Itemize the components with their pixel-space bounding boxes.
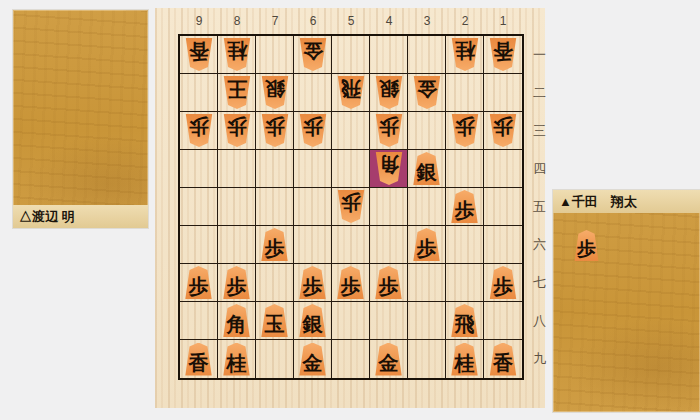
- board-cell-4-6[interactable]: [370, 226, 408, 264]
- board-cell-6-8[interactable]: 銀: [294, 302, 332, 340]
- piece-sente-pawn[interactable]: 歩: [412, 228, 442, 261]
- board-cell-5-9[interactable]: [332, 340, 370, 378]
- piece-sente-pawn[interactable]: 歩: [374, 266, 404, 299]
- board-cell-1-4[interactable]: [484, 150, 522, 188]
- board-cell-9-1[interactable]: 香: [180, 36, 218, 74]
- board-cell-1-5[interactable]: [484, 188, 522, 226]
- board-cell-5-4[interactable]: [332, 150, 370, 188]
- board-cell-4-5[interactable]: [370, 188, 408, 226]
- piece-gote-lance[interactable]: 香: [488, 38, 518, 71]
- board-cell-5-1[interactable]: [332, 36, 370, 74]
- board-cell-5-6[interactable]: [332, 226, 370, 264]
- piece-gote-knight[interactable]: 桂: [222, 38, 252, 71]
- board-cell-7-6[interactable]: 歩: [256, 226, 294, 264]
- board-cell-8-2[interactable]: 王: [218, 74, 256, 112]
- board-cell-3-4[interactable]: 銀: [408, 150, 446, 188]
- board-cell-2-5[interactable]: 歩: [446, 188, 484, 226]
- piece-sente-pawn[interactable]: 歩: [184, 266, 214, 299]
- board-cell-9-3[interactable]: 歩: [180, 112, 218, 150]
- board-cell-8-7[interactable]: 歩: [218, 264, 256, 302]
- board-cell-1-8[interactable]: [484, 302, 522, 340]
- piece-gote-pawn[interactable]: 歩: [222, 114, 252, 147]
- shogi-board-grid: 香桂金桂香王銀飛銀金歩歩歩歩歩歩歩角銀歩歩歩歩歩歩歩歩歩歩角玉銀飛香桂金金桂香: [178, 34, 524, 380]
- board-cell-9-6[interactable]: [180, 226, 218, 264]
- piece-gote-pawn[interactable]: 歩: [336, 190, 366, 223]
- piece-gote-pawn[interactable]: 歩: [184, 114, 214, 147]
- rank-labels: 一二三四五六七八九: [533, 36, 546, 378]
- gote-komadai: △渡辺 明: [13, 10, 148, 228]
- sente-komadai: ▲千田 翔太 歩: [553, 190, 700, 412]
- board-cell-8-3[interactable]: 歩: [218, 112, 256, 150]
- board-cell-3-9[interactable]: [408, 340, 446, 378]
- piece-gote-king[interactable]: 王: [222, 76, 252, 109]
- board-cell-3-8[interactable]: [408, 302, 446, 340]
- rank-label: 三: [533, 112, 546, 150]
- piece-gote-pawn[interactable]: 歩: [488, 114, 518, 147]
- sente-name-label: ▲千田 翔太: [559, 194, 637, 209]
- piece-sente-knight[interactable]: 桂: [222, 343, 252, 376]
- board-cell-7-8[interactable]: 玉: [256, 302, 294, 340]
- piece-gote-pawn[interactable]: 歩: [450, 114, 480, 147]
- piece-gote-bishop[interactable]: 角: [374, 152, 404, 185]
- board-cell-8-5[interactable]: [218, 188, 256, 226]
- file-label: 5: [332, 14, 370, 28]
- board-cell-7-7[interactable]: [256, 264, 294, 302]
- board-cell-4-4[interactable]: 角: [370, 150, 408, 188]
- file-label: 1: [484, 14, 522, 28]
- file-label: 7: [256, 14, 294, 28]
- board-cell-1-7[interactable]: 歩: [484, 264, 522, 302]
- board-cell-1-2[interactable]: [484, 74, 522, 112]
- board-cell-2-6[interactable]: [446, 226, 484, 264]
- board-cell-3-6[interactable]: 歩: [408, 226, 446, 264]
- board-cell-1-1[interactable]: 香: [484, 36, 522, 74]
- piece-sente-knight[interactable]: 桂: [450, 343, 480, 376]
- board-cell-4-7[interactable]: 歩: [370, 264, 408, 302]
- board-cell-7-1[interactable]: [256, 36, 294, 74]
- file-label: 4: [370, 14, 408, 28]
- piece-gote-lance[interactable]: 香: [184, 38, 214, 71]
- board-cell-8-1[interactable]: 桂: [218, 36, 256, 74]
- shogi-diagram: △渡辺 明 987654321 一二三四五六七八九 香桂金桂香王銀飛銀金歩歩歩歩…: [0, 0, 700, 420]
- rank-label: 二: [533, 74, 546, 112]
- board-cell-9-4[interactable]: [180, 150, 218, 188]
- rank-label: 七: [533, 264, 546, 302]
- piece-gote-silver[interactable]: 銀: [260, 76, 290, 109]
- board-cell-5-7[interactable]: 歩: [332, 264, 370, 302]
- piece-sente-silver[interactable]: 銀: [298, 304, 328, 337]
- piece-sente-king[interactable]: 玉: [260, 304, 290, 337]
- board-cell-9-2[interactable]: [180, 74, 218, 112]
- board-cell-6-4[interactable]: [294, 150, 332, 188]
- piece-sente-pawn[interactable]: 歩: [298, 266, 328, 299]
- piece-gote-rook[interactable]: 飛: [336, 76, 366, 109]
- board-cell-5-2[interactable]: 飛: [332, 74, 370, 112]
- board-cell-6-3[interactable]: 歩: [294, 112, 332, 150]
- board-cell-7-2[interactable]: 銀: [256, 74, 294, 112]
- piece-sente-lance[interactable]: 香: [184, 343, 214, 376]
- file-label: 2: [446, 14, 484, 28]
- board-cell-5-5[interactable]: 歩: [332, 188, 370, 226]
- board-cell-4-3[interactable]: 歩: [370, 112, 408, 150]
- board-cell-7-5[interactable]: [256, 188, 294, 226]
- board-cell-2-4[interactable]: [446, 150, 484, 188]
- board-cell-9-7[interactable]: 歩: [180, 264, 218, 302]
- board-cell-1-3[interactable]: 歩: [484, 112, 522, 150]
- piece-gote-knight[interactable]: 桂: [450, 38, 480, 71]
- board-cell-7-9[interactable]: [256, 340, 294, 378]
- piece-sente-bishop[interactable]: 角: [222, 304, 252, 337]
- piece-sente-silver[interactable]: 銀: [412, 152, 442, 185]
- board-cell-2-9[interactable]: 桂: [446, 340, 484, 378]
- piece-sente-pawn[interactable]: 歩: [488, 266, 518, 299]
- sente-name-plate: ▲千田 翔太: [553, 190, 700, 213]
- board-cell-9-5[interactable]: [180, 188, 218, 226]
- board-cell-8-6[interactable]: [218, 226, 256, 264]
- file-label: 8: [218, 14, 256, 28]
- board-cell-8-8[interactable]: 角: [218, 302, 256, 340]
- board-cell-8-9[interactable]: 桂: [218, 340, 256, 378]
- piece-sente-pawn[interactable]: 歩: [450, 190, 480, 223]
- piece-gote-pawn[interactable]: 歩: [374, 114, 404, 147]
- file-label: 3: [408, 14, 446, 28]
- board-cell-1-6[interactable]: [484, 226, 522, 264]
- board-cell-3-3[interactable]: [408, 112, 446, 150]
- piece-sente-gold[interactable]: 金: [374, 343, 404, 376]
- board-cell-1-9[interactable]: 香: [484, 340, 522, 378]
- board-cell-6-5[interactable]: [294, 188, 332, 226]
- board-cell-4-2[interactable]: 銀: [370, 74, 408, 112]
- board-cell-6-6[interactable]: [294, 226, 332, 264]
- board-cell-6-9[interactable]: 金: [294, 340, 332, 378]
- piece-gote-pawn[interactable]: 歩: [260, 114, 290, 147]
- piece-sente-rook[interactable]: 飛: [450, 304, 480, 337]
- gote-name-plate: △渡辺 明: [13, 205, 148, 228]
- board-cell-7-3[interactable]: 歩: [256, 112, 294, 150]
- board-cell-3-7[interactable]: [408, 264, 446, 302]
- file-label: 6: [294, 14, 332, 28]
- board-cell-3-5[interactable]: [408, 188, 446, 226]
- rank-label: 六: [533, 226, 546, 264]
- piece-sente-pawn[interactable]: 歩: [222, 266, 252, 299]
- board-cell-9-9[interactable]: 香: [180, 340, 218, 378]
- board-cell-2-7[interactable]: [446, 264, 484, 302]
- file-labels: 987654321: [180, 14, 522, 28]
- board-cell-5-3[interactable]: [332, 112, 370, 150]
- piece-gote-silver[interactable]: 銀: [374, 76, 404, 109]
- board-cell-9-8[interactable]: [180, 302, 218, 340]
- piece-gote-pawn[interactable]: 歩: [298, 114, 328, 147]
- rank-label: 九: [533, 340, 546, 378]
- board-cell-7-4[interactable]: [256, 150, 294, 188]
- rank-label: 一: [533, 36, 546, 74]
- board-cell-4-1[interactable]: [370, 36, 408, 74]
- piece-sente-gold[interactable]: 金: [298, 343, 328, 376]
- piece-sente-pawn[interactable]: 歩: [260, 228, 290, 261]
- board-cell-6-2[interactable]: [294, 74, 332, 112]
- piece-gote-gold[interactable]: 金: [298, 38, 328, 71]
- hand-piece-pawn[interactable]: 歩: [573, 230, 600, 261]
- piece-sente-lance[interactable]: 香: [488, 343, 518, 376]
- board-cell-2-3[interactable]: 歩: [446, 112, 484, 150]
- board-cell-6-1[interactable]: 金: [294, 36, 332, 74]
- rank-label: 四: [533, 150, 546, 188]
- board-cell-4-9[interactable]: 金: [370, 340, 408, 378]
- board-cell-4-8[interactable]: [370, 302, 408, 340]
- piece-gote-gold[interactable]: 金: [412, 76, 442, 109]
- piece-sente-pawn[interactable]: 歩: [336, 266, 366, 299]
- board-cell-3-2[interactable]: 金: [408, 74, 446, 112]
- board-cell-2-2[interactable]: [446, 74, 484, 112]
- board-cell-2-1[interactable]: 桂: [446, 36, 484, 74]
- board-cell-5-8[interactable]: [332, 302, 370, 340]
- board-cell-8-4[interactable]: [218, 150, 256, 188]
- board-cell-3-1[interactable]: [408, 36, 446, 74]
- board-cell-2-8[interactable]: 飛: [446, 302, 484, 340]
- board-cell-6-7[interactable]: 歩: [294, 264, 332, 302]
- rank-label: 五: [533, 188, 546, 226]
- board-panel: 987654321 一二三四五六七八九 香桂金桂香王銀飛銀金歩歩歩歩歩歩歩角銀歩…: [155, 8, 545, 408]
- rank-label: 八: [533, 302, 546, 340]
- gote-name-label: △渡辺 明: [19, 209, 75, 224]
- file-label: 9: [180, 14, 218, 28]
